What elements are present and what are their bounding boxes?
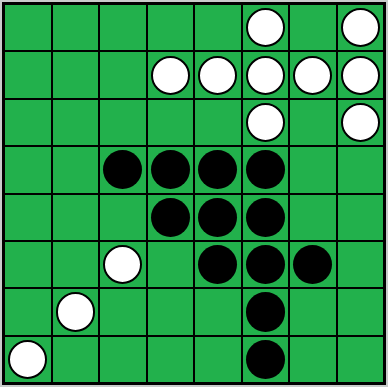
cell-g4[interactable]: [290, 147, 336, 192]
cell-g3[interactable]: [290, 100, 336, 145]
white-disc: [246, 56, 285, 95]
white-disc: [246, 8, 285, 47]
white-disc: [293, 56, 332, 95]
cell-b7[interactable]: [53, 289, 99, 334]
cell-a5[interactable]: [5, 195, 51, 240]
cell-h4[interactable]: [338, 147, 384, 192]
cell-b2[interactable]: [53, 52, 99, 97]
cell-c1[interactable]: [100, 5, 146, 50]
cell-c2[interactable]: [100, 52, 146, 97]
cell-a4[interactable]: [5, 147, 51, 192]
cell-c3[interactable]: [100, 100, 146, 145]
cell-d2[interactable]: [148, 52, 194, 97]
black-disc: [246, 198, 285, 237]
cell-a1[interactable]: [5, 5, 51, 50]
white-disc: [341, 103, 380, 142]
cell-b4[interactable]: [53, 147, 99, 192]
cell-d1[interactable]: [148, 5, 194, 50]
black-disc: [151, 150, 190, 189]
cell-f4[interactable]: [243, 147, 289, 192]
white-disc: [56, 292, 95, 331]
cell-e7[interactable]: [195, 289, 241, 334]
cell-f7[interactable]: [243, 289, 289, 334]
cell-c6[interactable]: [100, 242, 146, 287]
cell-e4[interactable]: [195, 147, 241, 192]
black-disc: [246, 245, 285, 284]
cell-c4[interactable]: [100, 147, 146, 192]
cell-f5[interactable]: [243, 195, 289, 240]
cell-d5[interactable]: [148, 195, 194, 240]
cell-c8[interactable]: [100, 337, 146, 382]
cell-d3[interactable]: [148, 100, 194, 145]
cell-f1[interactable]: [243, 5, 289, 50]
white-disc: [198, 56, 237, 95]
black-disc: [198, 198, 237, 237]
white-disc: [8, 340, 47, 379]
cell-g1[interactable]: [290, 5, 336, 50]
cell-g7[interactable]: [290, 289, 336, 334]
cell-a3[interactable]: [5, 100, 51, 145]
cell-d4[interactable]: [148, 147, 194, 192]
cell-a6[interactable]: [5, 242, 51, 287]
cell-f6[interactable]: [243, 242, 289, 287]
cell-f2[interactable]: [243, 52, 289, 97]
white-disc: [151, 56, 190, 95]
black-disc: [246, 150, 285, 189]
white-disc: [103, 245, 142, 284]
cell-f8[interactable]: [243, 337, 289, 382]
cell-e1[interactable]: [195, 5, 241, 50]
cell-f3[interactable]: [243, 100, 289, 145]
cell-e2[interactable]: [195, 52, 241, 97]
cell-e8[interactable]: [195, 337, 241, 382]
cell-e5[interactable]: [195, 195, 241, 240]
cell-d8[interactable]: [148, 337, 194, 382]
cell-g2[interactable]: [290, 52, 336, 97]
white-disc: [341, 56, 380, 95]
black-disc: [151, 198, 190, 237]
black-disc: [246, 340, 285, 379]
cell-g8[interactable]: [290, 337, 336, 382]
cell-h2[interactable]: [338, 52, 384, 97]
cell-g6[interactable]: [290, 242, 336, 287]
cell-a2[interactable]: [5, 52, 51, 97]
othello-board: [0, 0, 388, 387]
cell-d7[interactable]: [148, 289, 194, 334]
black-disc: [198, 245, 237, 284]
cell-b6[interactable]: [53, 242, 99, 287]
black-disc: [246, 292, 285, 331]
black-disc: [198, 150, 237, 189]
black-disc: [293, 245, 332, 284]
cell-g5[interactable]: [290, 195, 336, 240]
cell-h5[interactable]: [338, 195, 384, 240]
cell-e6[interactable]: [195, 242, 241, 287]
cell-b3[interactable]: [53, 100, 99, 145]
cell-c7[interactable]: [100, 289, 146, 334]
cell-h1[interactable]: [338, 5, 384, 50]
cell-h3[interactable]: [338, 100, 384, 145]
white-disc: [246, 103, 285, 142]
cell-b5[interactable]: [53, 195, 99, 240]
cell-h8[interactable]: [338, 337, 384, 382]
white-disc: [341, 8, 380, 47]
cell-e3[interactable]: [195, 100, 241, 145]
black-disc: [103, 150, 142, 189]
cell-a8[interactable]: [5, 337, 51, 382]
cell-h7[interactable]: [338, 289, 384, 334]
cell-a7[interactable]: [5, 289, 51, 334]
cell-b8[interactable]: [53, 337, 99, 382]
cell-c5[interactable]: [100, 195, 146, 240]
cell-b1[interactable]: [53, 5, 99, 50]
cell-h6[interactable]: [338, 242, 384, 287]
cell-d6[interactable]: [148, 242, 194, 287]
